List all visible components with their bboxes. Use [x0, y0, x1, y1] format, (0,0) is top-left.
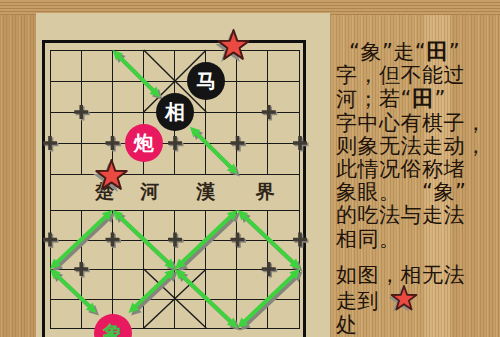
- lesson-line: 如图，相无法: [336, 264, 500, 287]
- lesson-line: 则象无法走动，: [336, 135, 500, 158]
- lesson-paragraph-note: 如图，相无法走到 处: [336, 264, 500, 337]
- point-marker: [262, 105, 276, 119]
- move-arrow: [178, 213, 241, 272]
- move-arrow: [113, 50, 161, 97]
- board-panel: 楚 河 漢 界 马相炮象: [36, 13, 330, 337]
- move-arrow: [50, 210, 113, 269]
- lesson-text-column: “象”走“田”字，但不能过河；若“田”字中心有棋子，则象无法走动，此情况俗称堵象…: [336, 40, 500, 337]
- point-marker: [106, 136, 120, 150]
- piece-cannon[interactable]: 炮: [125, 124, 163, 162]
- lesson-line: “象”走“田”: [336, 40, 500, 64]
- move-arrow: [128, 269, 175, 313]
- lesson-line: 的吃法与走法: [336, 204, 500, 227]
- board-overlay: [50, 50, 300, 329]
- move-arrow: [190, 127, 238, 174]
- piece-minister[interactable]: 相: [156, 93, 194, 131]
- move-arrow: [50, 269, 97, 313]
- star-icon: [390, 287, 418, 314]
- point-marker: [106, 233, 120, 247]
- lesson-line: 象眼。 “象”: [336, 181, 500, 204]
- lesson-line: 走到: [336, 287, 500, 314]
- lesson-line: 相同。: [336, 228, 500, 251]
- lesson-line: 河；若“田”: [336, 87, 500, 111]
- point-marker: [231, 233, 245, 247]
- screenshot-root: { "game": "xiangqi", "lesson_topic": "el…: [0, 0, 500, 337]
- lesson-line: 字，但不能过: [336, 64, 500, 87]
- xiangqi-board: 楚 河 漢 界 马相炮象: [50, 50, 300, 329]
- move-arrow: [175, 210, 238, 269]
- lesson-line: 处: [336, 314, 500, 337]
- point-marker: [74, 105, 88, 119]
- piece-horse[interactable]: 马: [187, 62, 225, 100]
- lesson-line: 此情况俗称堵: [336, 158, 500, 181]
- move-arrow: [175, 269, 238, 328]
- move-arrow: [53, 213, 116, 272]
- point-marker: [74, 262, 88, 276]
- move-arrow: [238, 210, 301, 269]
- point-marker: [168, 233, 182, 247]
- point-marker: [231, 136, 245, 150]
- lesson-paragraph-rule: “象”走“田”字，但不能过河；若“田”字中心有棋子，则象无法走动，此情况俗称堵象…: [336, 40, 500, 251]
- move-arrow: [238, 269, 301, 328]
- move-arrow: [113, 210, 176, 269]
- move-arrow: [240, 272, 303, 331]
- point-marker: [168, 136, 182, 150]
- lesson-line: 字中心有棋子，: [336, 112, 500, 135]
- point-marker: [262, 262, 276, 276]
